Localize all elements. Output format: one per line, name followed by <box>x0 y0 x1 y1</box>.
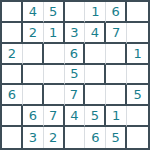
cell-r7c7[interactable] <box>127 127 148 148</box>
cell-r1c5[interactable]: 1 <box>85 2 106 23</box>
cell-r1c1[interactable] <box>2 2 23 23</box>
cell-r6c4[interactable]: 4 <box>65 106 86 127</box>
cell-r6c1[interactable] <box>2 106 23 127</box>
cell-r5c3[interactable] <box>44 85 65 106</box>
cell-r6c5[interactable]: 5 <box>85 106 106 127</box>
cell-r2c7[interactable] <box>127 23 148 44</box>
cell-r6c6[interactable]: 1 <box>106 106 127 127</box>
cell-r4c6[interactable] <box>106 65 127 86</box>
cell-r3c4[interactable]: 6 <box>65 44 86 65</box>
cell-r3c6[interactable] <box>106 44 127 65</box>
cell-r7c1[interactable] <box>2 127 23 148</box>
cell-r7c6[interactable]: 5 <box>106 127 127 148</box>
cell-r3c2[interactable] <box>23 44 44 65</box>
cell-r4c1[interactable] <box>2 65 23 86</box>
cell-r2c4[interactable]: 3 <box>65 23 86 44</box>
cell-r6c2[interactable]: 6 <box>23 106 44 127</box>
cell-r1c7[interactable] <box>127 2 148 23</box>
cell-r4c7[interactable] <box>127 65 148 86</box>
cell-r4c2[interactable] <box>23 65 44 86</box>
cell-r2c1[interactable] <box>2 23 23 44</box>
cell-r3c1[interactable]: 2 <box>2 44 23 65</box>
cell-r1c2[interactable]: 4 <box>23 2 44 23</box>
cell-r6c3[interactable]: 7 <box>44 106 65 127</box>
cell-r4c5[interactable] <box>85 65 106 86</box>
cell-r3c5[interactable] <box>85 44 106 65</box>
cell-r7c5[interactable]: 6 <box>85 127 106 148</box>
cell-r1c6[interactable]: 6 <box>106 2 127 23</box>
cell-r1c3[interactable]: 5 <box>44 2 65 23</box>
cell-r5c1[interactable]: 6 <box>2 85 23 106</box>
cell-r7c4[interactable] <box>65 127 86 148</box>
cell-r4c4[interactable]: 5 <box>65 65 86 86</box>
cell-r2c5[interactable]: 4 <box>85 23 106 44</box>
cell-r7c2[interactable]: 3 <box>23 127 44 148</box>
cell-r2c2[interactable]: 2 <box>23 23 44 44</box>
cell-r3c3[interactable] <box>44 44 65 65</box>
cell-r5c5[interactable] <box>85 85 106 106</box>
cell-r6c7[interactable] <box>127 106 148 127</box>
cell-r5c2[interactable] <box>23 85 44 106</box>
cell-r3c7[interactable]: 1 <box>127 44 148 65</box>
cell-r4c3[interactable] <box>44 65 65 86</box>
cell-r1c4[interactable] <box>65 2 86 23</box>
cell-r5c7[interactable]: 5 <box>127 85 148 106</box>
cell-r5c4[interactable]: 7 <box>65 85 86 106</box>
cell-r5c6[interactable] <box>106 85 127 106</box>
sudoku-board: 4516213472615675674513265 <box>0 0 150 150</box>
cell-r7c3[interactable]: 2 <box>44 127 65 148</box>
cell-r2c3[interactable]: 1 <box>44 23 65 44</box>
cell-r2c6[interactable]: 7 <box>106 23 127 44</box>
